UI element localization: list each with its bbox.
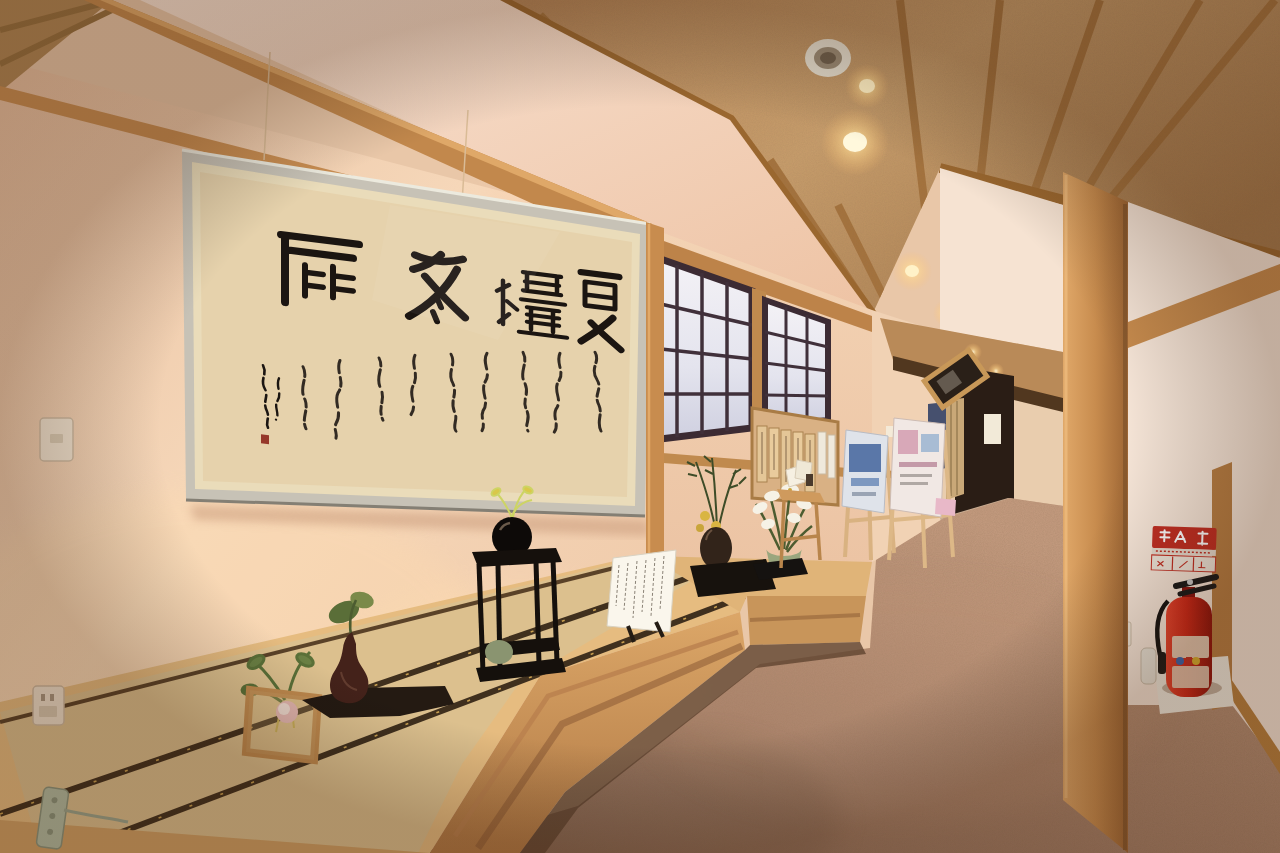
scene-svg: 消火器 (0, 0, 1280, 853)
vignette (0, 0, 1280, 853)
ryokan-hallway-photo: 消火器 (0, 0, 1280, 853)
